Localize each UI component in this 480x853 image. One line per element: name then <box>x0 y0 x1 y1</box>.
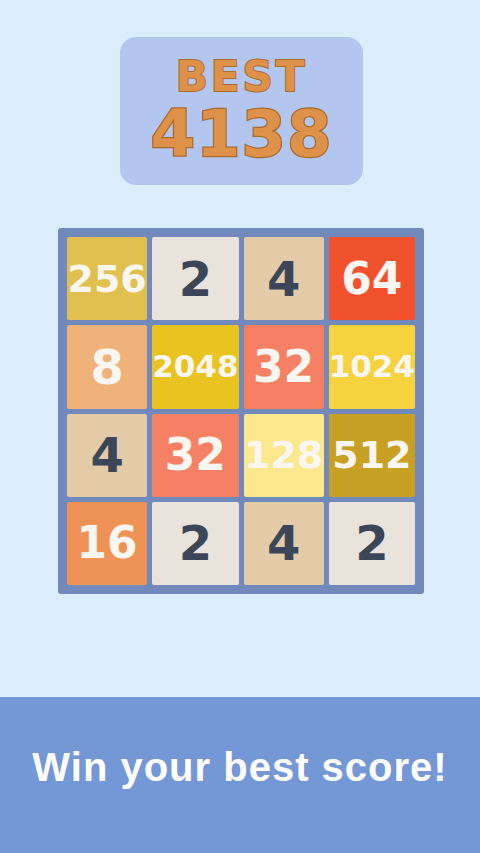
tile-16: 16 <box>67 502 147 585</box>
tile-2: 2 <box>329 502 415 585</box>
tile-4: 4 <box>244 502 324 585</box>
best-label: BEST <box>176 56 308 98</box>
tile-2048: 2048 <box>152 325 238 408</box>
tile-512: 512 <box>329 414 415 497</box>
game-board[interactable]: 25624648204832102443212851216242 <box>58 228 424 594</box>
tile-8: 8 <box>67 325 147 408</box>
tile-128: 128 <box>244 414 324 497</box>
tile-64: 64 <box>329 237 415 320</box>
tile-4: 4 <box>244 237 324 320</box>
promo-banner[interactable]: Win your best score! <box>0 697 480 853</box>
game-screen: BEST 4138 256246482048321024432128512162… <box>0 0 480 853</box>
best-score-value: 4138 <box>150 102 332 166</box>
tile-1024: 1024 <box>329 325 415 408</box>
best-score-badge: BEST 4138 <box>120 37 363 185</box>
tile-32: 32 <box>244 325 324 408</box>
tile-2: 2 <box>152 237 238 320</box>
promo-banner-text: Win your best score! <box>32 745 447 790</box>
tile-2: 2 <box>152 502 238 585</box>
tile-32: 32 <box>152 414 238 497</box>
tile-4: 4 <box>67 414 147 497</box>
tile-256: 256 <box>67 237 147 320</box>
